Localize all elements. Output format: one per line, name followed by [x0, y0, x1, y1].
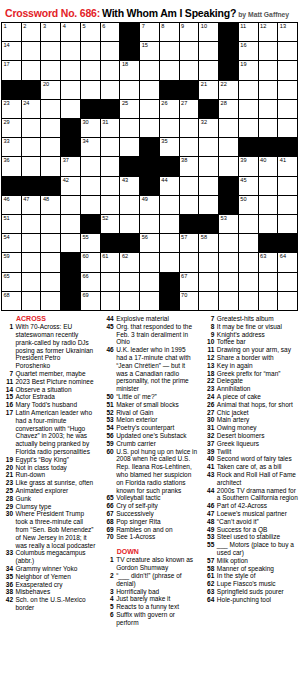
black-square: [101, 234, 120, 252]
clue-number: 64: [203, 596, 214, 604]
clue-number: 69: [103, 526, 114, 534]
grid-cell[interactable]: 6: [101, 23, 120, 41]
across-header: ACROSS: [16, 315, 97, 323]
grid-cell[interactable]: 67: [180, 273, 199, 291]
clue-text: Manner of speaking: [217, 565, 298, 573]
grid-cell[interactable]: 2: [22, 23, 41, 41]
clue-text: It may be fine or visual: [217, 323, 298, 331]
grid-cell[interactable]: [41, 253, 60, 271]
grid-cell[interactable]: [81, 42, 100, 60]
grid-cell[interactable]: 3: [41, 23, 60, 41]
clue-number: 20: [2, 464, 13, 472]
clue-text: U.K. leader who in 1995 had a 17-minute …: [116, 346, 197, 393]
grid-cell[interactable]: [278, 196, 297, 214]
grid-cell[interactable]: 64: [278, 253, 297, 271]
grid-cell[interactable]: [41, 119, 60, 137]
grid-cell[interactable]: [140, 61, 159, 79]
grid-cell[interactable]: 15: [140, 42, 159, 60]
clue-number: 59: [103, 440, 114, 448]
clue-text: Rock and Roll Hall of Fame architect: [217, 471, 298, 487]
grid-cell[interactable]: [199, 177, 218, 195]
grid-cell[interactable]: 56: [140, 234, 159, 252]
grid-cell[interactable]: [199, 196, 218, 214]
cell-number: 1: [4, 23, 7, 30]
black-square: [219, 61, 238, 79]
grid-cell[interactable]: 16: [239, 42, 258, 60]
grid-cell[interactable]: [160, 253, 179, 271]
clue-down-44: 442000s TV drama named for a Southern Ca…: [203, 487, 298, 503]
grid-cell[interactable]: [61, 81, 80, 99]
grid-cell[interactable]: [199, 42, 218, 60]
clue-text: Share a border with: [217, 354, 298, 362]
grid-cell[interactable]: [41, 138, 60, 156]
black-square: [22, 177, 41, 195]
grid-cell[interactable]: [22, 234, 41, 252]
grid-cell[interactable]: 20: [41, 81, 60, 99]
grid-cell[interactable]: 18: [120, 61, 139, 79]
grid-cell[interactable]: [160, 61, 179, 79]
grid-cell[interactable]: 30: [81, 119, 100, 137]
clue-number: 12: [203, 354, 214, 362]
grid-cell[interactable]: 47: [22, 196, 41, 214]
grid-cell[interactable]: 61: [101, 253, 120, 271]
clue-down-24: 24A piece of cake: [203, 393, 298, 401]
grid-cell[interactable]: 7: [140, 23, 159, 41]
grid-cell[interactable]: [239, 273, 258, 291]
grid-cell[interactable]: [259, 177, 278, 195]
clue-text: “___ didn’t!” (phrase of denial): [116, 572, 197, 588]
clue-across-38: 38Misbehaves: [2, 588, 97, 596]
grid-cell[interactable]: [61, 42, 80, 60]
clue-text: 2000s TV drama named for a Southern Cali…: [217, 487, 298, 503]
grid-cell[interactable]: [219, 119, 238, 137]
clue-text: Just barely make it: [116, 595, 197, 603]
clue-text: Steel used to stabilize: [217, 533, 298, 541]
grid-cell[interactable]: [101, 61, 120, 79]
grid-cell[interactable]: [180, 138, 199, 156]
clue-number: 1: [103, 556, 114, 572]
grid-cell[interactable]: [219, 157, 238, 175]
grid-cell[interactable]: 33: [2, 138, 21, 156]
grid-cell[interactable]: [101, 292, 120, 310]
grid-cell[interactable]: 65: [2, 273, 21, 291]
grid-cell[interactable]: [61, 100, 80, 118]
clue-number: 38: [2, 588, 13, 596]
clue-number: 46: [103, 346, 114, 393]
clue-down-27: 27Chic jacket: [203, 409, 298, 417]
grid-cell[interactable]: [61, 196, 80, 214]
grid-cell[interactable]: [61, 234, 80, 252]
clue-text: Poetry’s counterpart: [116, 424, 197, 432]
grid-cell[interactable]: [219, 273, 238, 291]
grid-cell[interactable]: [219, 234, 238, 252]
cell-number: 16: [240, 42, 246, 49]
clue-number: 60: [103, 448, 114, 495]
grid-cell[interactable]: [22, 253, 41, 271]
clue-text: Columbus megacampus (abbr.): [16, 549, 97, 565]
grid-cell[interactable]: [81, 177, 100, 195]
grid-cell[interactable]: [120, 215, 139, 233]
clue-down-57: 57Milk option: [203, 557, 298, 565]
grid-cell[interactable]: 1: [2, 23, 21, 41]
grid-cell[interactable]: [101, 138, 120, 156]
grid-cell[interactable]: [160, 234, 179, 252]
grid-cell[interactable]: [22, 273, 41, 291]
grid-cell[interactable]: [219, 292, 238, 310]
grid-cell[interactable]: 24: [22, 100, 41, 118]
grid-cell[interactable]: [239, 119, 258, 137]
black-square: [120, 42, 139, 60]
grid-cell[interactable]: [278, 42, 297, 60]
grid-cell[interactable]: [140, 81, 159, 99]
grid-cell[interactable]: [259, 100, 278, 118]
clue-number: 68: [103, 518, 114, 526]
clue-across-56: 56Updated one’s Substack: [103, 432, 198, 440]
grid-cell[interactable]: 57: [180, 234, 199, 252]
grid-cell[interactable]: [140, 119, 159, 137]
grid-cell[interactable]: [120, 138, 139, 156]
cell-number: 24: [23, 100, 29, 107]
clue-text: TV creature also known as Gordon Shumway: [116, 556, 197, 572]
grid-cell[interactable]: [278, 119, 297, 137]
grid-cell[interactable]: [199, 253, 218, 271]
grid-cell[interactable]: [278, 273, 297, 291]
black-square: [61, 119, 80, 137]
grid-cell[interactable]: 40: [259, 157, 278, 175]
grid-cell[interactable]: 8: [160, 23, 179, 41]
grid-cell[interactable]: 60: [81, 253, 100, 271]
grid-cell[interactable]: [199, 157, 218, 175]
cell-number: 27: [181, 100, 187, 107]
grid-cell[interactable]: 43: [120, 177, 139, 195]
grid-cell[interactable]: 13: [278, 23, 297, 41]
grid-cell[interactable]: [160, 215, 179, 233]
grid-cell[interactable]: [259, 196, 278, 214]
clue-across-23: 23Like grass at sunrise, often: [2, 479, 97, 487]
grid-cell[interactable]: [22, 292, 41, 310]
grid-cell[interactable]: 54: [2, 234, 21, 252]
grid-cell[interactable]: [101, 157, 120, 175]
grid-cell[interactable]: [199, 61, 218, 79]
clue-down-47: 47Loewe’s musical partner: [203, 510, 298, 518]
clue-down-48: 48“Can’t avoid it”: [203, 518, 298, 526]
cell-number: 42: [63, 177, 69, 184]
cell-number: 22: [221, 81, 227, 88]
clue-text: “Little ol’ me?”: [116, 393, 197, 401]
grid-cell[interactable]: [259, 119, 278, 137]
grid-cell[interactable]: 10: [199, 23, 218, 41]
grid-cell[interactable]: [199, 138, 218, 156]
grid-cell[interactable]: [41, 42, 60, 60]
clue-text: Animated explorer: [16, 487, 97, 495]
cell-number: 34: [82, 138, 88, 145]
clue-text: Org. that responded to the Feb. 3 train …: [116, 323, 197, 346]
grid-cell[interactable]: [22, 119, 41, 137]
grid-cell[interactable]: [180, 42, 199, 60]
clue-down-43: 43Rock and Roll Hall of Fame architect: [203, 471, 298, 487]
grid-cell[interactable]: [120, 273, 139, 291]
grid-cell[interactable]: 38: [180, 157, 199, 175]
clue-number: 44: [203, 487, 214, 503]
cell-number: 6: [102, 23, 105, 30]
grid-cell[interactable]: 51: [2, 215, 21, 233]
grid-cell[interactable]: [120, 196, 139, 214]
grid-cell[interactable]: [239, 253, 258, 271]
grid-cell[interactable]: [180, 177, 199, 195]
grid-cell[interactable]: [199, 273, 218, 291]
grid-cell[interactable]: [120, 81, 139, 99]
grid-cell[interactable]: 35: [160, 138, 179, 156]
grid-cell[interactable]: [81, 196, 100, 214]
grid-cell[interactable]: [41, 292, 60, 310]
grid-cell[interactable]: 23: [2, 100, 21, 118]
grid-cell[interactable]: [22, 61, 41, 79]
grid-cell[interactable]: 46: [2, 196, 21, 214]
grid-cell[interactable]: 41: [278, 157, 297, 175]
grid-cell[interactable]: 49: [140, 196, 159, 214]
grid-cell[interactable]: 5: [81, 23, 100, 41]
grid-cell[interactable]: 59: [2, 253, 21, 271]
clue-across-42: 42Sch. on the U.S.-Mexico border: [2, 596, 97, 612]
cell-number: 63: [260, 253, 266, 260]
grid-cell[interactable]: [278, 177, 297, 195]
grid-cell[interactable]: 45: [239, 177, 258, 195]
grid-cell[interactable]: 25: [120, 100, 139, 118]
clue-across-16: 16Mary Todd’s husband: [2, 401, 97, 409]
cell-number: 45: [240, 177, 246, 184]
black-square: [278, 234, 297, 252]
grid-cell[interactable]: [160, 42, 179, 60]
grid-cell[interactable]: [259, 42, 278, 60]
grid-cell[interactable]: 17: [2, 61, 21, 79]
clue-text: Desert bloomers: [217, 432, 298, 440]
grid-cell[interactable]: 31: [101, 119, 120, 137]
grid-cell[interactable]: [41, 157, 60, 175]
grid-cell[interactable]: 28: [219, 100, 238, 118]
grid-cell[interactable]: [180, 196, 199, 214]
grid-cell[interactable]: 22: [219, 81, 238, 99]
grid-cell[interactable]: 39: [239, 157, 258, 175]
cell-number: 36: [4, 157, 10, 164]
grid-cell[interactable]: 62: [120, 253, 139, 271]
clue-number: 53: [203, 533, 214, 541]
grid-cell[interactable]: 42: [61, 177, 80, 195]
grid-cell[interactable]: 70: [180, 292, 199, 310]
clue-down-7: 7Greatest-hits album: [203, 315, 298, 323]
clue-across-67: 67Successively: [103, 510, 198, 518]
cell-number: 10: [201, 23, 207, 30]
grid-cell[interactable]: [101, 42, 120, 60]
grid-cell[interactable]: 58: [199, 234, 218, 252]
grid-cell[interactable]: 12: [259, 23, 278, 41]
black-square: [259, 234, 278, 252]
grid-cell[interactable]: [259, 273, 278, 291]
clue-number: 41: [203, 463, 214, 471]
grid-cell[interactable]: 14: [2, 42, 21, 60]
clue-number: 22: [203, 377, 214, 385]
grid-cell[interactable]: 26: [160, 100, 179, 118]
grid-cell[interactable]: [81, 61, 100, 79]
clue-down-41: 41Taken care of, as a bill: [203, 463, 298, 471]
clue-text: Sch. on the U.S.-Mexico border: [16, 596, 97, 612]
clue-across-30: 30Where President Trump took a three-min…: [2, 510, 97, 549]
clue-down-63: 63Springfield suds pourer: [203, 588, 298, 596]
black-square: [219, 196, 238, 214]
grid-cell[interactable]: 19: [239, 61, 258, 79]
grid-cell[interactable]: [239, 215, 258, 233]
clue-text: Exasperated cry: [16, 581, 97, 589]
grid-cell[interactable]: [219, 138, 238, 156]
grid-cell[interactable]: 69: [81, 292, 100, 310]
black-square: [140, 157, 159, 175]
clue-down-23: 23Annihilation: [203, 385, 298, 393]
grid-cell[interactable]: [81, 81, 100, 99]
black-square: [219, 177, 238, 195]
grid-cell[interactable]: [22, 42, 41, 60]
grid-cell[interactable]: 63: [259, 253, 278, 271]
grid-cell[interactable]: [22, 138, 41, 156]
grid-cell[interactable]: 27: [180, 100, 199, 118]
clue-number: 26: [203, 401, 214, 409]
grid-cell[interactable]: 66: [81, 273, 100, 291]
grid-cell[interactable]: [140, 253, 159, 271]
clue-across-34: 34Grammy winner Yoko: [2, 565, 97, 573]
cell-number: 64: [280, 253, 286, 260]
clue-across-66: 66Cry of self-pity: [103, 502, 198, 510]
grid-cell[interactable]: 29: [2, 119, 21, 137]
grid-cell[interactable]: 68: [2, 292, 21, 310]
grid-cell[interactable]: [180, 253, 199, 271]
grid-cell[interactable]: [41, 215, 60, 233]
grid-cell[interactable]: 32: [199, 119, 218, 137]
grid-cell[interactable]: 52: [101, 215, 120, 233]
black-square: [61, 138, 80, 156]
grid-cell[interactable]: [259, 81, 278, 99]
clue-down-58: 58Manner of speaking: [203, 565, 298, 573]
grid-cell[interactable]: 37: [61, 157, 80, 175]
clue-number: 17: [2, 409, 13, 456]
grid-cell[interactable]: 50: [239, 196, 258, 214]
grid-cell[interactable]: [160, 119, 179, 137]
crossword-grid[interactable]: 1234567891011121314151617181920212223242…: [1, 22, 298, 311]
grid-cell[interactable]: [140, 215, 159, 233]
clue-across-52: 52Rival of Gain: [103, 409, 198, 417]
clue-text: Clumsy type: [16, 503, 97, 511]
clue-down-1: 1TV creature also known as Gordon Shumwa…: [103, 556, 198, 572]
cell-number: 13: [280, 23, 286, 30]
grid-cell[interactable]: [278, 81, 297, 99]
grid-cell[interactable]: [101, 196, 120, 214]
grid-cell[interactable]: [180, 119, 199, 137]
grid-cell[interactable]: [120, 292, 139, 310]
grid-cell[interactable]: [180, 61, 199, 79]
clue-text: Updated one’s Substack: [116, 432, 197, 440]
grid-cell[interactable]: 34: [81, 138, 100, 156]
grid-cell[interactable]: [41, 61, 60, 79]
clue-text: ___ Motors (place to buy a used car): [217, 541, 298, 557]
grid-cell[interactable]: [22, 215, 41, 233]
black-square: [199, 100, 218, 118]
grid-cell[interactable]: [41, 273, 60, 291]
clue-number: 42: [2, 596, 13, 612]
grid-cell[interactable]: [239, 100, 258, 118]
puzzle-number-label: Crossword No. 686:: [5, 7, 100, 19]
grid-cell[interactable]: 21: [199, 81, 218, 99]
clue-across-17: 17Latin American leader who had a four-m…: [2, 409, 97, 456]
grid-cell[interactable]: [259, 61, 278, 79]
grid-cell[interactable]: [22, 157, 41, 175]
cell-number: 67: [181, 273, 187, 280]
cell-number: 7: [142, 23, 145, 30]
grid-cell[interactable]: [140, 292, 159, 310]
grid-cell[interactable]: [259, 215, 278, 233]
grid-cell[interactable]: 55: [81, 234, 100, 252]
cell-number: 49: [142, 196, 148, 203]
grid-cell[interactable]: [120, 119, 139, 137]
cell-number: 9: [181, 23, 184, 30]
cell-number: 40: [260, 157, 266, 164]
clue-down-46: 46Part of 42-Across: [203, 502, 298, 510]
grid-cell[interactable]: 53: [219, 215, 238, 233]
grid-cell[interactable]: [41, 100, 60, 118]
grid-cell[interactable]: [239, 234, 258, 252]
clue-text: Greatest-hits album: [217, 315, 298, 323]
grid-cell[interactable]: [101, 273, 120, 291]
clue-across-53: 53Melon exterior: [103, 416, 198, 424]
clue-number: 15: [2, 393, 13, 401]
grid-cell[interactable]: 44: [160, 177, 179, 195]
cell-number: 59: [4, 253, 10, 260]
grid-cell[interactable]: 48: [41, 196, 60, 214]
clue-text: Egypt’s “Boy King”: [16, 456, 97, 464]
grid-cell[interactable]: [199, 292, 218, 310]
clue-down-64: 64Hole-punching tool: [203, 596, 298, 604]
clue-text: Grammy winner Yoko: [16, 565, 97, 573]
clue-number: 55: [203, 541, 214, 557]
grid-cell[interactable]: [278, 100, 297, 118]
grid-cell[interactable]: [219, 253, 238, 271]
grid-cell[interactable]: [239, 292, 258, 310]
grid-cell[interactable]: [41, 234, 60, 252]
grid-cell[interactable]: [140, 273, 159, 291]
grid-cell[interactable]: [259, 292, 278, 310]
clue-text: Cry of self-pity: [116, 502, 197, 510]
grid-cell[interactable]: 36: [2, 157, 21, 175]
clue-down-13: 13Key in again: [203, 362, 298, 370]
grid-cell[interactable]: 11: [239, 23, 258, 41]
grid-cell[interactable]: [61, 215, 80, 233]
grid-cell[interactable]: [61, 61, 80, 79]
grid-cell[interactable]: 9: [180, 23, 199, 41]
grid-cell[interactable]: [101, 177, 120, 195]
clue-text: Animal that hops, for short: [217, 401, 298, 409]
black-square: [120, 157, 139, 175]
clue-text: Latin American leader who had a four-min…: [16, 409, 97, 456]
grid-cell[interactable]: [101, 81, 120, 99]
cell-number: 58: [201, 234, 207, 241]
grid-cell[interactable]: 4: [61, 23, 80, 41]
grid-cell[interactable]: [239, 81, 258, 99]
grid-cell[interactable]: [278, 215, 297, 233]
grid-cell[interactable]: [81, 157, 100, 175]
grid-cell[interactable]: [160, 196, 179, 214]
grid-cell[interactable]: [278, 61, 297, 79]
black-square: [61, 292, 80, 310]
grid-cell[interactable]: [278, 292, 297, 310]
grid-cell[interactable]: [140, 100, 159, 118]
clue-number: 46: [203, 502, 214, 510]
clue-across-65: 65Volleyball tactic: [103, 494, 198, 502]
